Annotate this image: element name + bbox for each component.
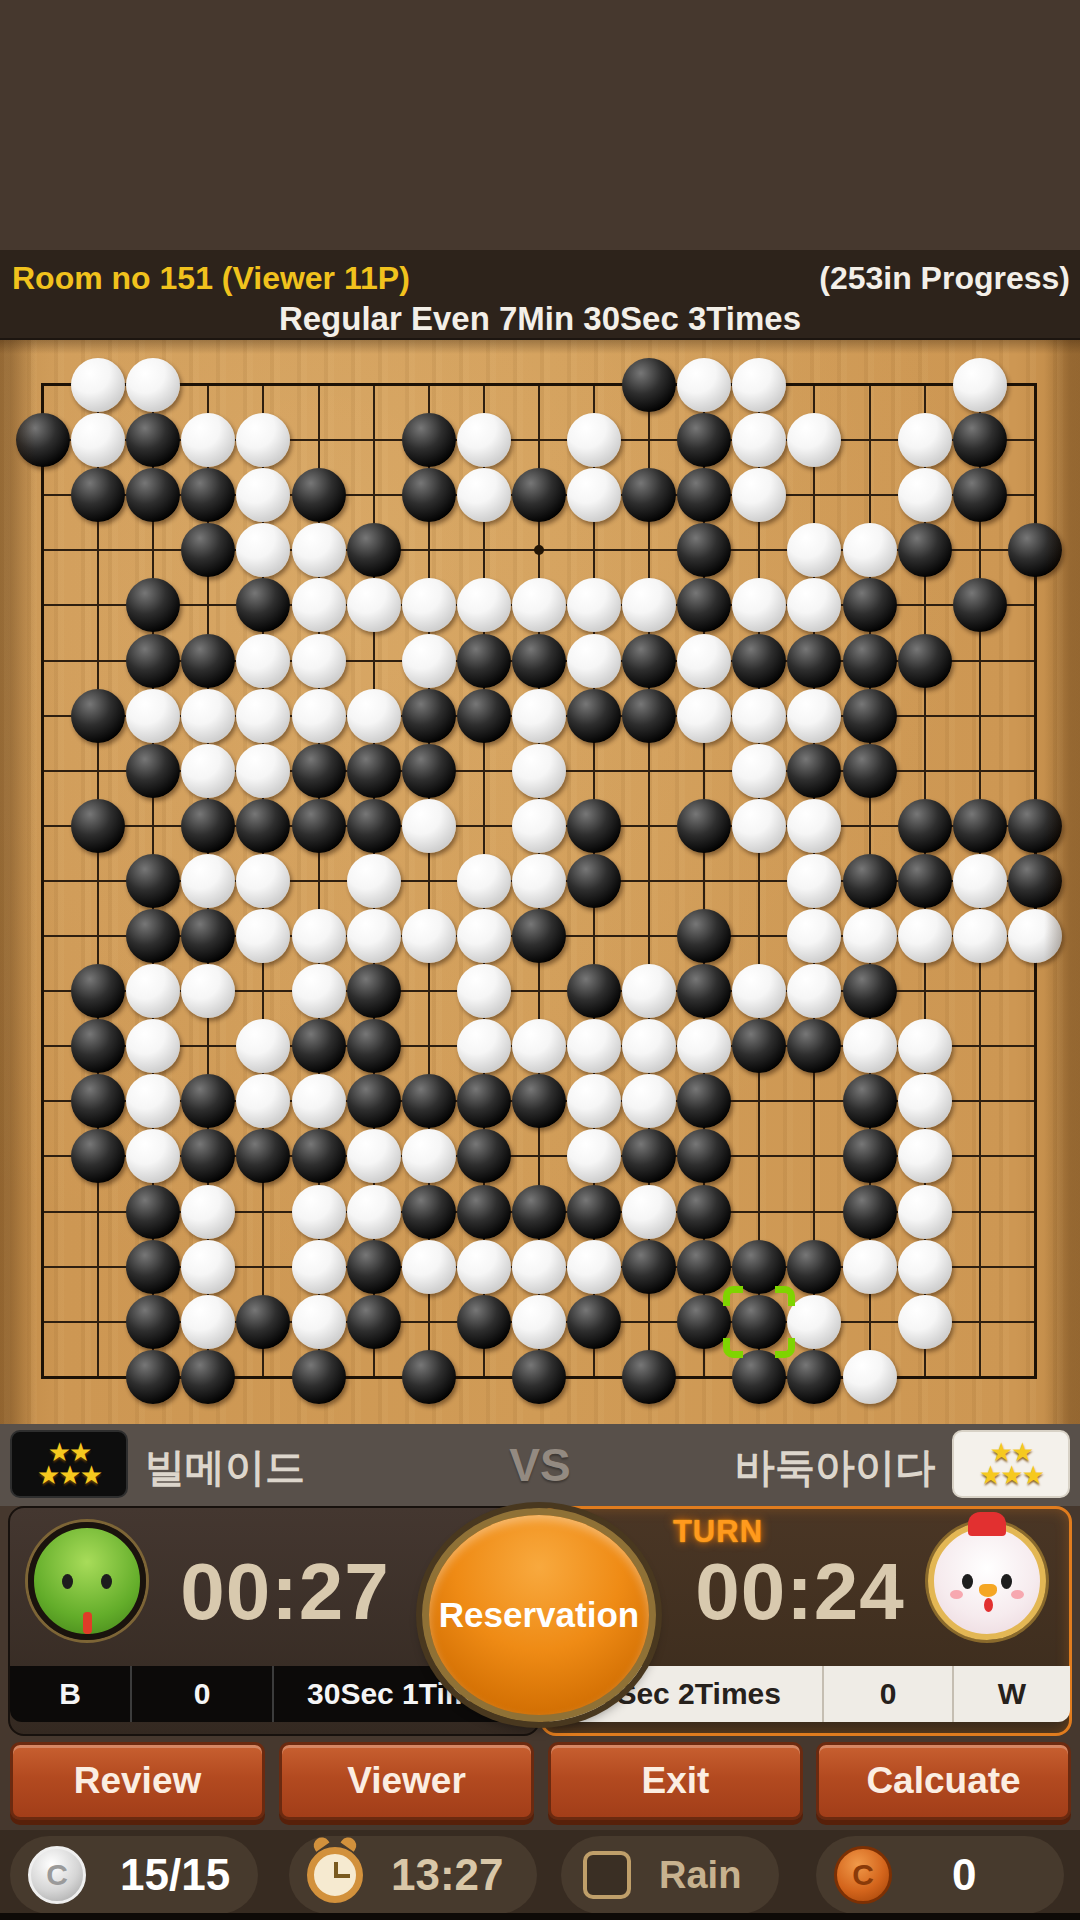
stone-black (126, 468, 180, 522)
stone-white (567, 1240, 621, 1294)
stone-black (567, 854, 621, 908)
stone-white (732, 964, 786, 1018)
stone-white (292, 1295, 346, 1349)
stone-black (622, 634, 676, 688)
stone-black (347, 1074, 401, 1128)
stone-white (898, 468, 952, 522)
stone-black (677, 413, 731, 467)
stone-white (898, 1074, 952, 1128)
stone-black (292, 1019, 346, 1073)
stone-black (181, 909, 235, 963)
stone-black (732, 1295, 786, 1349)
white-player-rank-stars: ★★★★★ (952, 1430, 1070, 1498)
match-rules-label: Regular Even 7Min 30Sec 3Times (0, 300, 1080, 338)
black-player-avatar-snake-icon (28, 1522, 146, 1640)
progress-label: (253in Progress) (819, 260, 1070, 297)
stone-white (898, 1295, 952, 1349)
stone-white (622, 1019, 676, 1073)
stone-white (567, 578, 621, 632)
stone-black (843, 1074, 897, 1128)
stone-white (126, 689, 180, 743)
stone-black (787, 1240, 841, 1294)
stone-white (622, 1185, 676, 1239)
stone-white (457, 1240, 511, 1294)
stone-white (347, 909, 401, 963)
white-captures: 0 (822, 1666, 952, 1722)
stone-white (677, 358, 731, 412)
stone-white (181, 1240, 235, 1294)
stone-white (787, 854, 841, 908)
stone-white (787, 799, 841, 853)
stone-black (292, 799, 346, 853)
stone-white (402, 799, 456, 853)
stone-white (292, 1074, 346, 1128)
stone-white (457, 964, 511, 1018)
stone-white (292, 578, 346, 632)
stone-white (457, 909, 511, 963)
stone-white (512, 1295, 566, 1349)
black-stone-label: B (10, 1666, 130, 1722)
stone-white (898, 1019, 952, 1073)
stone-black (843, 1185, 897, 1239)
stone-white (181, 1185, 235, 1239)
energy-coin-icon: C (28, 1846, 86, 1904)
stone-white (732, 413, 786, 467)
stone-black (953, 799, 1007, 853)
stone-black (347, 744, 401, 798)
stone-white (512, 799, 566, 853)
status-bar: C 15/15 13:27 Rain C 0 (0, 1830, 1080, 1920)
stone-black (126, 634, 180, 688)
stone-white (292, 689, 346, 743)
stone-black (898, 799, 952, 853)
stone-white (898, 909, 952, 963)
stone-white (787, 909, 841, 963)
stone-white (512, 854, 566, 908)
stone-white (457, 468, 511, 522)
stone-black (71, 1074, 125, 1128)
stone-black (953, 468, 1007, 522)
stone-black (512, 1074, 566, 1128)
stone-white (567, 413, 621, 467)
white-stone-label: W (952, 1666, 1070, 1722)
coin-count: 0 (952, 1850, 976, 1900)
stone-black (512, 1350, 566, 1404)
white-timer: 00:24 (645, 1546, 955, 1638)
stone-white (457, 578, 511, 632)
clock-pill[interactable]: 13:27 (289, 1836, 537, 1914)
stone-black (126, 744, 180, 798)
stone-black (622, 689, 676, 743)
stone-black (512, 909, 566, 963)
stone-black (1008, 799, 1062, 853)
stone-black (347, 1240, 401, 1294)
stone-black (843, 964, 897, 1018)
stone-white (181, 413, 235, 467)
stone-black (457, 689, 511, 743)
stone-black (677, 799, 731, 853)
stone-black (347, 523, 401, 577)
stone-white (1008, 909, 1062, 963)
viewer-button[interactable]: Viewer (279, 1742, 534, 1820)
go-board[interactable] (0, 340, 1080, 1424)
stone-white (567, 634, 621, 688)
stone-black (567, 799, 621, 853)
stone-black (898, 634, 952, 688)
stone-white (898, 413, 952, 467)
stone-black (457, 634, 511, 688)
stone-black (292, 1350, 346, 1404)
alarm-clock-icon (307, 1847, 363, 1903)
stone-black (677, 468, 731, 522)
stone-black (181, 799, 235, 853)
clock-time: 13:27 (391, 1850, 504, 1900)
stone-white (126, 964, 180, 1018)
stone-white (622, 1074, 676, 1128)
energy-count: 15/15 (120, 1850, 230, 1900)
stone-black (126, 1295, 180, 1349)
stone-black (347, 799, 401, 853)
stone-black (843, 578, 897, 632)
stone-black (402, 1074, 456, 1128)
stone-black (787, 1350, 841, 1404)
stone-white (347, 854, 401, 908)
stone-white (898, 1185, 952, 1239)
stone-white (732, 799, 786, 853)
stone-black (126, 413, 180, 467)
white-player-avatar-chicken-icon (928, 1522, 1046, 1640)
stone-black (126, 854, 180, 908)
stone-black (843, 634, 897, 688)
stone-black (622, 468, 676, 522)
stone-white (236, 744, 290, 798)
stone-black (236, 799, 290, 853)
stone-black (347, 1019, 401, 1073)
stone-black (677, 1185, 731, 1239)
stone-black (843, 689, 897, 743)
stone-white (181, 689, 235, 743)
stone-black (898, 854, 952, 908)
stone-white (292, 964, 346, 1018)
stone-white (126, 358, 180, 412)
stone-black (898, 523, 952, 577)
stone-black (347, 1295, 401, 1349)
stone-white (512, 744, 566, 798)
stone-white (402, 578, 456, 632)
stone-white (512, 1019, 566, 1073)
stone-white (732, 689, 786, 743)
stone-black (16, 413, 70, 467)
stone-black (402, 1185, 456, 1239)
stone-black (292, 1129, 346, 1183)
stone-white (732, 358, 786, 412)
stone-black (126, 1185, 180, 1239)
stone-white (787, 1295, 841, 1349)
stone-black (71, 964, 125, 1018)
stone-white (347, 578, 401, 632)
stone-white (622, 964, 676, 1018)
room-label: Room no 151 (Viewer 11P) (12, 260, 410, 297)
stone-black (843, 744, 897, 798)
stone-black (71, 689, 125, 743)
stone-black (512, 1185, 566, 1239)
stone-black (567, 1295, 621, 1349)
stone-white (457, 854, 511, 908)
white-player-name: 바둑아이다 (735, 1440, 935, 1495)
exit-button[interactable]: Exit (548, 1742, 803, 1820)
stone-white (457, 413, 511, 467)
stone-white (181, 1295, 235, 1349)
reservation-button[interactable]: Reservation (422, 1508, 656, 1722)
rain-pill[interactable]: Rain (561, 1836, 779, 1914)
stone-white (567, 1129, 621, 1183)
stone-white (843, 1019, 897, 1073)
turn-indicator: TURN (648, 1514, 788, 1550)
stone-white (71, 358, 125, 412)
stone-white (181, 964, 235, 1018)
stone-white (512, 1240, 566, 1294)
stone-black (622, 1350, 676, 1404)
stone-black (732, 1350, 786, 1404)
stone-black (457, 1185, 511, 1239)
stone-white (567, 1019, 621, 1073)
player-bar: ★★★★★ 빌메이드 VS 바둑아이다 ★★★★★ (0, 1424, 1080, 1506)
stone-black (126, 1240, 180, 1294)
stone-black (71, 468, 125, 522)
black-timer: 00:27 (130, 1546, 440, 1638)
stone-white (236, 909, 290, 963)
stone-white (787, 689, 841, 743)
calculate-button[interactable]: Calcuate (816, 1742, 1071, 1820)
stone-black (512, 468, 566, 522)
stone-black (677, 1240, 731, 1294)
stone-white (402, 1240, 456, 1294)
stone-white (347, 1185, 401, 1239)
stone-black (567, 964, 621, 1018)
rain-checkbox[interactable] (583, 1851, 631, 1899)
energy-pill[interactable]: C 15/15 (10, 1836, 258, 1914)
stone-white (236, 854, 290, 908)
stone-black (512, 634, 566, 688)
stone-white (347, 1129, 401, 1183)
stone-black (457, 1295, 511, 1349)
stone-white (567, 468, 621, 522)
stone-black (457, 1129, 511, 1183)
stone-white (732, 744, 786, 798)
stone-black (347, 964, 401, 1018)
stone-white (402, 909, 456, 963)
stone-black (181, 1350, 235, 1404)
stone-white (126, 1019, 180, 1073)
stone-black (843, 1129, 897, 1183)
stone-black (126, 1350, 180, 1404)
stone-white (181, 744, 235, 798)
stone-white (843, 1240, 897, 1294)
stone-white (181, 854, 235, 908)
stone-white (457, 1019, 511, 1073)
stone-white (677, 689, 731, 743)
stone-black (677, 1295, 731, 1349)
star-icon: ★★★ (979, 1464, 1043, 1487)
stone-black (236, 1295, 290, 1349)
stone-white (512, 689, 566, 743)
stone-black (567, 689, 621, 743)
game-screen: Room no 151 (Viewer 11P) (253in Progress… (0, 0, 1080, 1920)
black-captures: 0 (130, 1666, 272, 1722)
stone-white (898, 1129, 952, 1183)
stone-black (1008, 523, 1062, 577)
stone-white (953, 358, 1007, 412)
coin-icon: C (834, 1846, 892, 1904)
stone-black (843, 854, 897, 908)
stone-black (292, 744, 346, 798)
stone-white (292, 1185, 346, 1239)
stone-white (236, 634, 290, 688)
stone-black (622, 358, 676, 412)
stone-black (787, 634, 841, 688)
stone-white (843, 909, 897, 963)
rain-label: Rain (659, 1854, 741, 1897)
stone-white (347, 689, 401, 743)
stone-black (292, 468, 346, 522)
stone-white (512, 578, 566, 632)
stone-white (843, 523, 897, 577)
stone-black (402, 413, 456, 467)
stone-white (677, 634, 731, 688)
stone-white (953, 854, 1007, 908)
coin-pill[interactable]: C 0 (816, 1836, 1064, 1914)
stone-white (292, 634, 346, 688)
stone-black (402, 744, 456, 798)
stone-white (402, 634, 456, 688)
stone-white (402, 1129, 456, 1183)
stone-black (622, 1240, 676, 1294)
stone-white (292, 1240, 346, 1294)
stone-black (1008, 854, 1062, 908)
stone-black (457, 1074, 511, 1128)
stone-black (402, 468, 456, 522)
review-button[interactable]: Review (10, 1742, 265, 1820)
stone-black (787, 744, 841, 798)
stone-white (236, 689, 290, 743)
room-info-bar: Room no 151 (Viewer 11P) (253in Progress… (0, 250, 1080, 340)
stone-white (953, 909, 1007, 963)
stone-white (898, 1240, 952, 1294)
stone-black (953, 578, 1007, 632)
stone-white (292, 523, 346, 577)
stone-black (677, 964, 731, 1018)
stone-black (567, 1185, 621, 1239)
stone-black (732, 634, 786, 688)
stone-black (71, 799, 125, 853)
stone-white (292, 909, 346, 963)
stone-white (567, 1074, 621, 1128)
stone-black (953, 413, 1007, 467)
stone-black (71, 1019, 125, 1073)
stone-black (677, 909, 731, 963)
stone-white (677, 1019, 731, 1073)
stone-black (402, 1350, 456, 1404)
stone-black (402, 689, 456, 743)
stone-black (732, 1240, 786, 1294)
stone-white (71, 413, 125, 467)
stone-black (126, 909, 180, 963)
stone-white (843, 1350, 897, 1404)
stone-black (181, 634, 235, 688)
